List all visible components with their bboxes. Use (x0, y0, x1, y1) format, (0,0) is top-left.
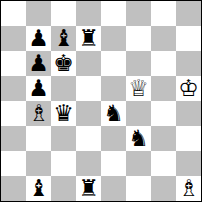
black-rook-piece[interactable]: ♜ (78, 176, 99, 201)
square-e6[interactable] (101, 51, 126, 76)
square-b7[interactable]: ♟ (26, 26, 51, 51)
square-a6[interactable] (1, 51, 26, 76)
square-a1[interactable] (1, 176, 26, 201)
square-e4[interactable]: ♞ (101, 101, 126, 126)
black-knight-piece[interactable]: ♞ (103, 101, 124, 126)
black-pawn-piece[interactable]: ♟ (28, 76, 49, 101)
black-knight-piece[interactable]: ♞ (128, 126, 149, 151)
square-c5[interactable] (51, 76, 76, 101)
white-king-piece[interactable]: ♔ (178, 76, 199, 101)
square-a7[interactable] (1, 26, 26, 51)
square-e7[interactable] (101, 26, 126, 51)
square-d7[interactable]: ♜ (76, 26, 101, 51)
white-bishop-piece[interactable]: ♗ (178, 176, 199, 201)
square-h8[interactable] (176, 1, 201, 26)
chess-board-frame: ♟♝♜♟♚♟♕♔♗♛♞♞♝♜♗ (0, 0, 202, 202)
square-c2[interactable] (51, 151, 76, 176)
square-b3[interactable] (26, 126, 51, 151)
square-b8[interactable] (26, 1, 51, 26)
square-b5[interactable]: ♟ (26, 76, 51, 101)
square-a3[interactable] (1, 126, 26, 151)
black-king-piece[interactable]: ♚ (53, 51, 74, 76)
square-g3[interactable] (151, 126, 176, 151)
square-a5[interactable] (1, 76, 26, 101)
chess-board: ♟♝♜♟♚♟♕♔♗♛♞♞♝♜♗ (1, 1, 201, 201)
square-f8[interactable] (126, 1, 151, 26)
square-e5[interactable] (101, 76, 126, 101)
square-a8[interactable] (1, 1, 26, 26)
square-b6[interactable]: ♟ (26, 51, 51, 76)
square-f5[interactable]: ♕ (126, 76, 151, 101)
square-d4[interactable] (76, 101, 101, 126)
square-e3[interactable] (101, 126, 126, 151)
black-rook-piece[interactable]: ♜ (78, 26, 99, 51)
square-g8[interactable] (151, 1, 176, 26)
square-h2[interactable] (176, 151, 201, 176)
square-h5[interactable]: ♔ (176, 76, 201, 101)
black-bishop-piece[interactable]: ♝ (53, 26, 74, 51)
square-h6[interactable] (176, 51, 201, 76)
square-a2[interactable] (1, 151, 26, 176)
square-c6[interactable]: ♚ (51, 51, 76, 76)
black-queen-piece[interactable]: ♛ (53, 101, 74, 126)
square-h3[interactable] (176, 126, 201, 151)
black-pawn-piece[interactable]: ♟ (28, 51, 49, 76)
square-d2[interactable] (76, 151, 101, 176)
square-h1[interactable]: ♗ (176, 176, 201, 201)
square-g2[interactable] (151, 151, 176, 176)
white-bishop-piece[interactable]: ♗ (28, 101, 49, 126)
square-d8[interactable] (76, 1, 101, 26)
black-bishop-piece[interactable]: ♝ (28, 176, 49, 201)
square-e2[interactable] (101, 151, 126, 176)
square-b2[interactable] (26, 151, 51, 176)
square-f7[interactable] (126, 26, 151, 51)
square-d1[interactable]: ♜ (76, 176, 101, 201)
square-f6[interactable] (126, 51, 151, 76)
square-g1[interactable] (151, 176, 176, 201)
square-c1[interactable] (51, 176, 76, 201)
square-f2[interactable] (126, 151, 151, 176)
square-d5[interactable] (76, 76, 101, 101)
square-c7[interactable]: ♝ (51, 26, 76, 51)
square-h4[interactable] (176, 101, 201, 126)
square-g4[interactable] (151, 101, 176, 126)
square-g5[interactable] (151, 76, 176, 101)
square-e1[interactable] (101, 176, 126, 201)
square-d6[interactable] (76, 51, 101, 76)
square-g6[interactable] (151, 51, 176, 76)
square-d3[interactable] (76, 126, 101, 151)
square-f1[interactable] (126, 176, 151, 201)
square-c4[interactable]: ♛ (51, 101, 76, 126)
black-pawn-piece[interactable]: ♟ (28, 26, 49, 51)
square-f3[interactable]: ♞ (126, 126, 151, 151)
square-b4[interactable]: ♗ (26, 101, 51, 126)
square-f4[interactable] (126, 101, 151, 126)
white-queen-piece[interactable]: ♕ (128, 76, 149, 101)
square-c8[interactable] (51, 1, 76, 26)
square-c3[interactable] (51, 126, 76, 151)
square-g7[interactable] (151, 26, 176, 51)
square-a4[interactable] (1, 101, 26, 126)
square-e8[interactable] (101, 1, 126, 26)
square-h7[interactable] (176, 26, 201, 51)
square-b1[interactable]: ♝ (26, 176, 51, 201)
